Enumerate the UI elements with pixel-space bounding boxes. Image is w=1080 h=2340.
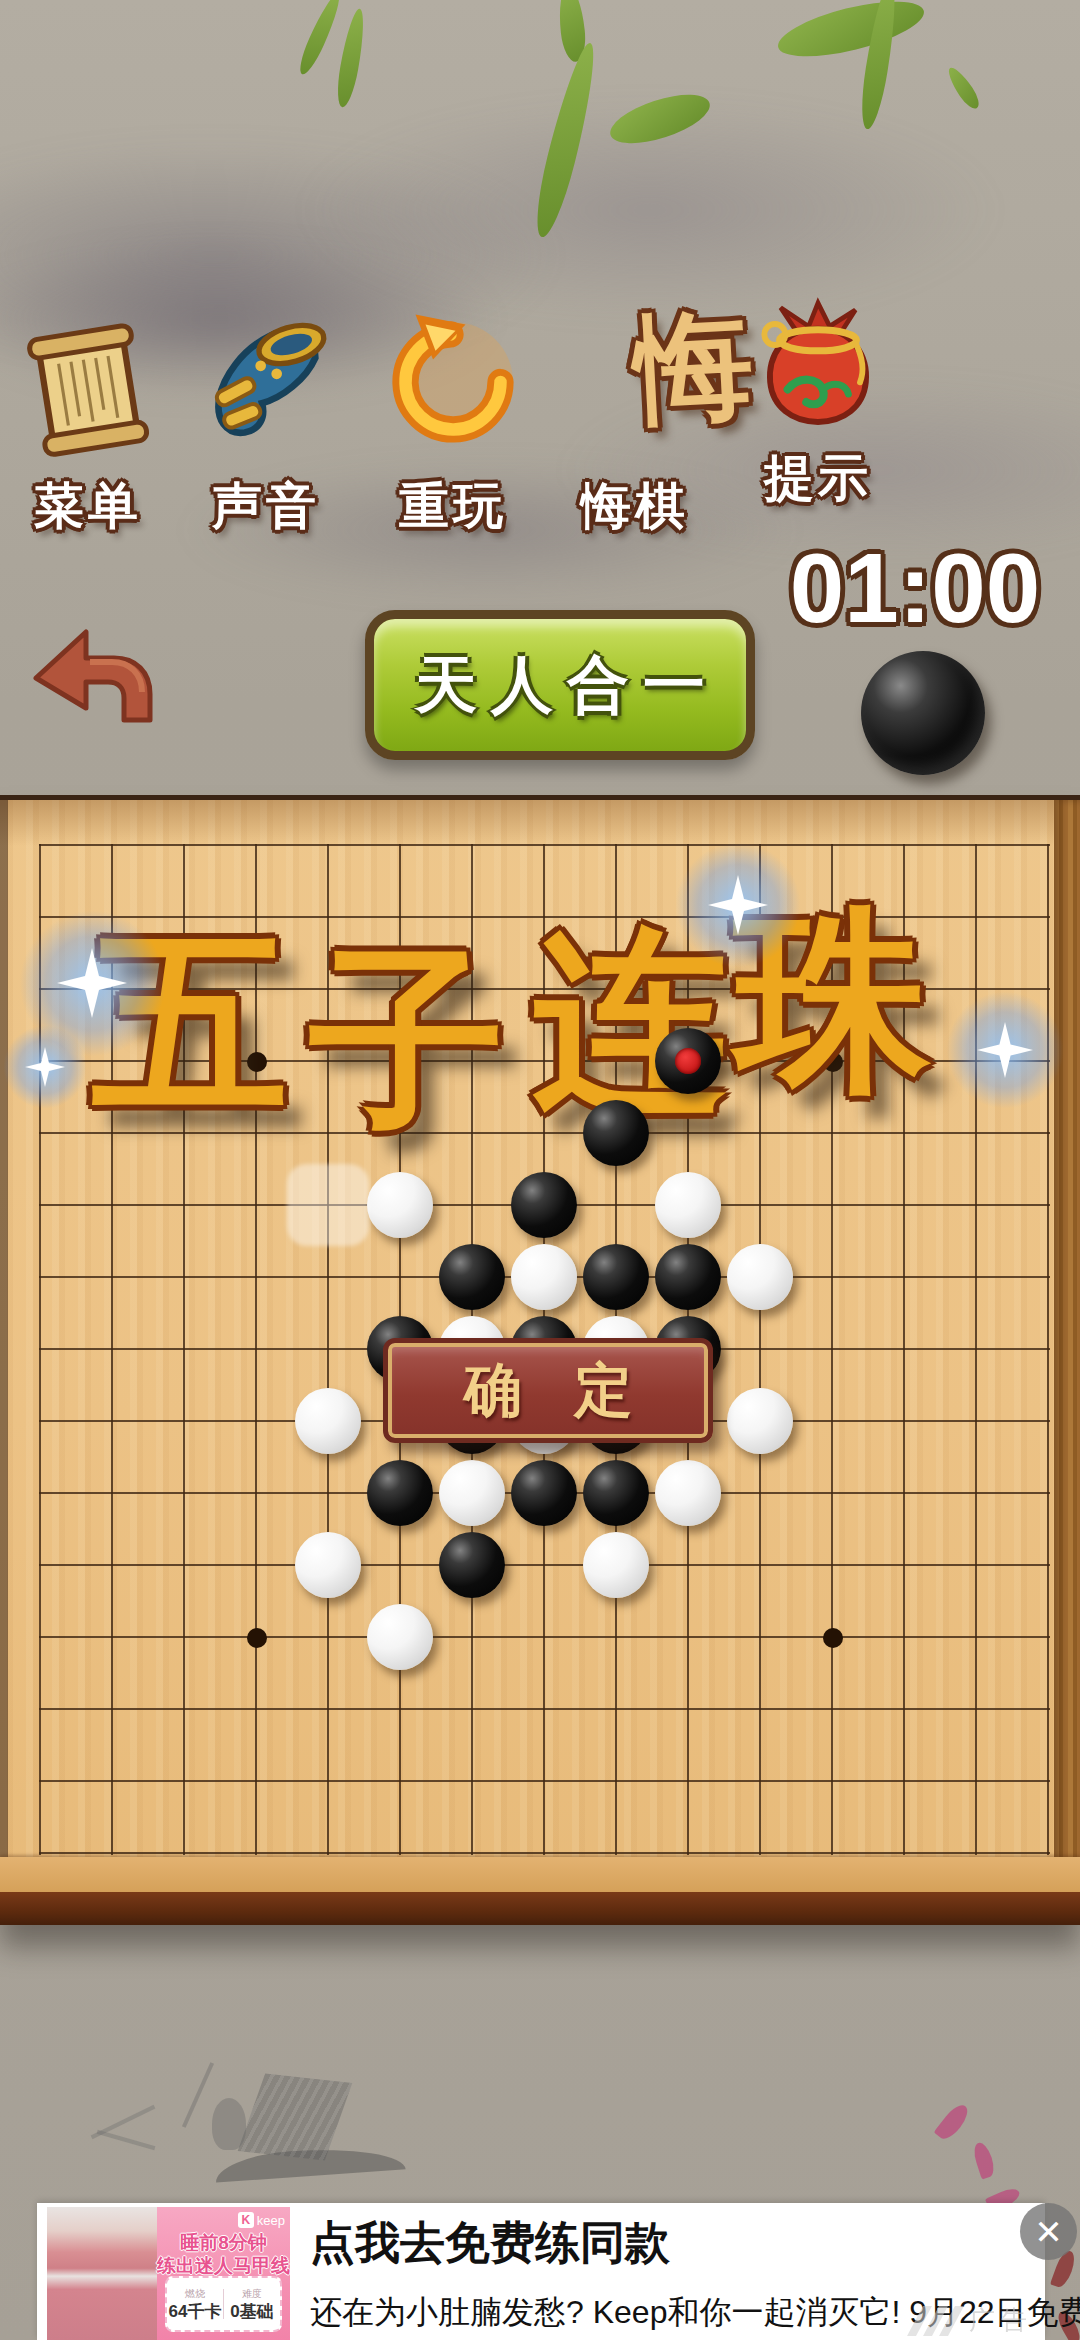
board-frame-right bbox=[1054, 800, 1080, 1892]
confirm-button-label: 确定 bbox=[412, 1352, 684, 1430]
board-frame-left bbox=[0, 800, 8, 1892]
stone-black bbox=[583, 1100, 649, 1166]
sparkle-icon bbox=[25, 1047, 65, 1087]
red-bag-icon bbox=[748, 296, 888, 440]
ad-thumbnail-panel: K keep 睡前8分钟 练出迷人马甲线 燃烧 64千卡 难度 0基础 bbox=[157, 2207, 290, 2340]
stone-white bbox=[367, 1172, 433, 1238]
ad-stat2-label: 难度 bbox=[224, 2289, 280, 2299]
stone-white bbox=[295, 1532, 361, 1598]
hint-button[interactable]: 提示 bbox=[730, 290, 906, 540]
flower-petal bbox=[971, 2140, 997, 2179]
back-button[interactable] bbox=[30, 608, 164, 734]
stone-black bbox=[367, 1460, 433, 1526]
stone-black bbox=[439, 1532, 505, 1598]
stone-black bbox=[439, 1244, 505, 1310]
back-arrow-icon bbox=[30, 720, 164, 737]
stone-white bbox=[511, 1244, 577, 1310]
ad-stat1-value: 64千卡 bbox=[169, 2302, 222, 2321]
star-point bbox=[823, 1628, 843, 1648]
ad-thumb-line2: 练出迷人马甲线 bbox=[157, 2254, 290, 2277]
board-frame-base bbox=[0, 1892, 1080, 1925]
turn-indicator-black-stone bbox=[861, 651, 985, 775]
ad-stat2-value: 0基础 bbox=[230, 2302, 273, 2321]
menu-button[interactable]: 菜单 bbox=[0, 296, 176, 546]
stone-white bbox=[727, 1388, 793, 1454]
stone-white bbox=[655, 1172, 721, 1238]
ad-title[interactable]: 点我去免费练同款 bbox=[310, 2213, 670, 2273]
sparkle-icon bbox=[708, 875, 768, 935]
keep-logo: K keep bbox=[238, 2212, 285, 2228]
stone-black bbox=[511, 1460, 577, 1526]
last-move-marker bbox=[675, 1048, 701, 1074]
keep-logo-word: keep bbox=[257, 2213, 285, 2228]
undo-button[interactable]: 悔 悔棋 bbox=[547, 296, 723, 546]
toolbar-label: 提示 bbox=[730, 445, 906, 512]
stone-white bbox=[367, 1604, 433, 1670]
ad-thumb-line1: 睡前8分钟 bbox=[157, 2231, 290, 2254]
stone-black bbox=[511, 1172, 577, 1238]
mode-button[interactable]: 天人合一 bbox=[365, 610, 755, 760]
ad-thumbnail: K keep 睡前8分钟 练出迷人马甲线 燃烧 64千卡 难度 0基础 bbox=[47, 2207, 290, 2340]
ghost-move-highlight bbox=[287, 1164, 369, 1246]
stone-white bbox=[655, 1460, 721, 1526]
sparkle-icon bbox=[57, 948, 127, 1018]
mode-button-label: 天人合一 bbox=[401, 643, 719, 727]
ad-close-button[interactable]: ✕ bbox=[1020, 2203, 1077, 2260]
stone-black bbox=[583, 1460, 649, 1526]
toolbar-label: 重玩 bbox=[365, 473, 541, 540]
stone-white bbox=[727, 1244, 793, 1310]
sound-button[interactable]: 声音 bbox=[178, 296, 354, 546]
bamboo-leaf bbox=[333, 7, 368, 109]
stone-white bbox=[295, 1388, 361, 1454]
ad-watermark: 广告 bbox=[915, 2303, 1033, 2338]
game-screen: 菜单 声音 bbox=[0, 0, 1080, 2340]
replay-button[interactable]: 重玩 bbox=[365, 296, 541, 546]
stone-white bbox=[439, 1460, 505, 1526]
close-icon: ✕ bbox=[1034, 2215, 1063, 2249]
star-point bbox=[247, 1628, 267, 1648]
toolbar-label: 悔棋 bbox=[547, 473, 723, 540]
flower-petal bbox=[934, 2101, 973, 2144]
ad-thumbnail-photo bbox=[47, 2207, 157, 2340]
countdown-timer: 01:00 bbox=[775, 532, 1055, 645]
horn-icon bbox=[186, 302, 346, 471]
ad-stats-box: 燃烧 64千卡 难度 0基础 bbox=[165, 2276, 282, 2332]
board-frame-bottom bbox=[0, 1857, 1080, 1892]
keep-logo-k: K bbox=[238, 2212, 254, 2228]
game-title-char: 子 bbox=[297, 932, 517, 1146]
ad-banner[interactable]: K keep 睡前8分钟 练出迷人马甲线 燃烧 64千卡 难度 0基础 bbox=[37, 2203, 1045, 2340]
stone-white bbox=[583, 1532, 649, 1598]
stone-black bbox=[583, 1244, 649, 1310]
replay-swirl-icon bbox=[378, 302, 528, 466]
bamboo-leaf bbox=[295, 0, 345, 77]
confirm-button[interactable]: 确定 bbox=[383, 1338, 713, 1443]
bamboo-leaf bbox=[944, 64, 983, 112]
ad-stat1-label: 燃烧 bbox=[167, 2289, 223, 2299]
sparkle-icon bbox=[977, 1022, 1033, 1078]
bamboo-leaf bbox=[773, 0, 929, 68]
stone-black bbox=[655, 1244, 721, 1310]
scroll-icon bbox=[13, 302, 163, 481]
stone-black bbox=[655, 1028, 721, 1094]
toolbar-label: 菜单 bbox=[0, 473, 176, 540]
toolbar-label: 声音 bbox=[178, 473, 354, 540]
